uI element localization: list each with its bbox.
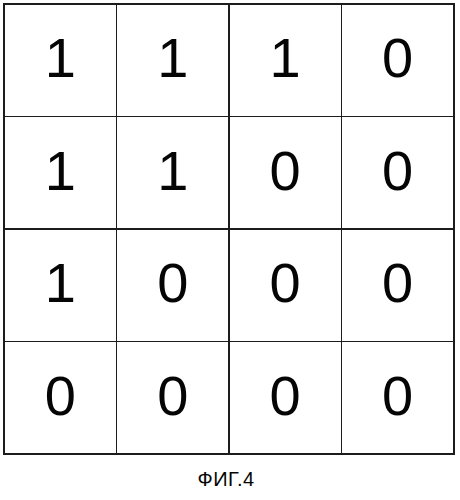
grid-cell-r3c1: 0 — [117, 342, 228, 453]
figure-caption: ФИГ.4 — [0, 468, 452, 491]
grid-cell-r2c2: 0 — [230, 230, 341, 341]
grid-cell-r1c2: 0 — [230, 117, 341, 228]
grid-cell-r0c1: 1 — [117, 5, 228, 116]
grid-cell-r3c0: 0 — [5, 342, 116, 453]
grid-cell-r2c1: 0 — [117, 230, 228, 341]
grid-cell-r0c0: 1 — [5, 5, 116, 116]
grid-cell-r0c3: 0 — [342, 5, 453, 116]
grid-cell-r0c2: 1 — [230, 5, 341, 116]
grid-cell-r1c0: 1 — [5, 117, 116, 228]
grid-cell-r3c2: 0 — [230, 342, 341, 453]
grid-cell-r1c1: 1 — [117, 117, 228, 228]
figure: 1 1 1 0 1 1 0 0 1 0 0 0 0 0 0 0 ФИГ.4 — [0, 0, 460, 500]
binary-grid: 1 1 1 0 1 1 0 0 1 0 0 0 0 0 0 0 — [3, 3, 455, 455]
grid-cell-r3c3: 0 — [342, 342, 453, 453]
grid-cell-r2c3: 0 — [342, 230, 453, 341]
grid-cell-r2c0: 1 — [5, 230, 116, 341]
grid-cell-r1c3: 0 — [342, 117, 453, 228]
